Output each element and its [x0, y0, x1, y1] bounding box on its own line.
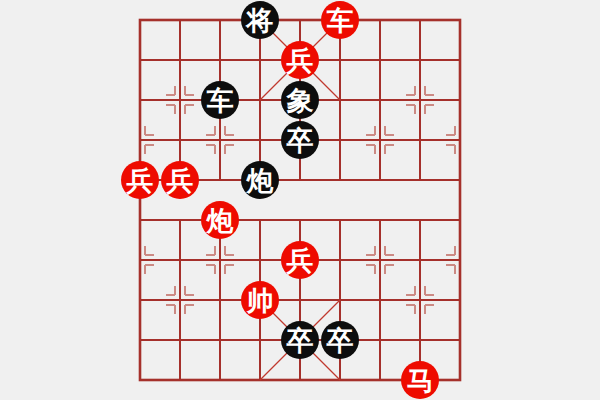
piece-black-soldier-1[interactable]: 卒 — [281, 121, 319, 159]
piece-black-cannon[interactable]: 炮 — [241, 161, 279, 199]
piece-black-elephant[interactable]: 象 — [281, 81, 319, 119]
xiangqi-board-screen: 将车兵车象卒兵兵炮炮兵帅卒卒马 — [0, 0, 600, 400]
piece-red-horse[interactable]: 马 — [401, 361, 439, 399]
piece-red-cannon[interactable]: 炮 — [201, 201, 239, 239]
piece-red-soldier-3[interactable]: 兵 — [161, 161, 199, 199]
piece-black-soldier-2[interactable]: 卒 — [281, 321, 319, 359]
piece-red-soldier-4[interactable]: 兵 — [281, 241, 319, 279]
piece-black-general[interactable]: 将 — [241, 1, 279, 39]
piece-red-general[interactable]: 帅 — [241, 281, 279, 319]
piece-red-chariot[interactable]: 车 — [321, 1, 359, 39]
piece-red-soldier-2[interactable]: 兵 — [121, 161, 159, 199]
piece-black-chariot[interactable]: 车 — [201, 81, 239, 119]
piece-black-soldier-3[interactable]: 卒 — [321, 321, 359, 359]
piece-red-soldier-1[interactable]: 兵 — [281, 41, 319, 79]
board[interactable]: 将车兵车象卒兵兵炮炮兵帅卒卒马 — [120, 0, 480, 400]
